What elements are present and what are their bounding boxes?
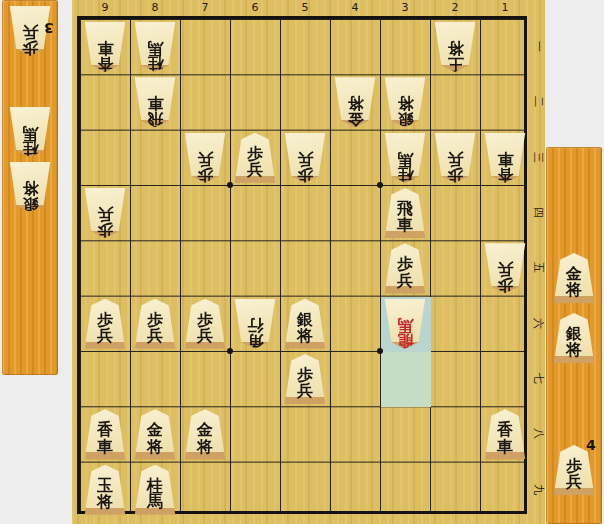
gote-knight[interactable]: 桂馬 xyxy=(133,22,177,72)
piece-kanji: 金将 xyxy=(566,266,583,303)
piece-kanji: 銀将 xyxy=(566,326,583,363)
piece-kanji: 桂馬 xyxy=(22,110,39,157)
piece-kanji: 玉将 xyxy=(97,478,114,515)
gote-pawn[interactable]: 歩兵 xyxy=(83,188,127,238)
sente-pawn[interactable]: 歩兵 xyxy=(183,299,227,349)
piece-kanji: 歩兵 xyxy=(147,312,164,349)
gote-knight[interactable]: 桂馬 xyxy=(383,133,427,183)
sente-lance[interactable]: 香車 xyxy=(83,409,127,459)
sente-komadai[interactable]: 金将銀将歩兵4 xyxy=(546,147,602,524)
piece-kanji: 桂馬 xyxy=(147,478,164,515)
piece-kanji: 金将 xyxy=(347,80,364,127)
piece-kanji: 歩兵 xyxy=(297,367,314,404)
rank-label-5: 五 xyxy=(531,240,545,295)
gote-hand-knight[interactable]: 桂馬 xyxy=(8,107,52,157)
file-label-7: 7 xyxy=(180,1,230,15)
sente-lance[interactable]: 香車 xyxy=(483,409,527,459)
piece-kanji: 金将 xyxy=(197,422,214,459)
sente-pawn[interactable]: 歩兵 xyxy=(233,133,277,183)
piece-kanji: 歩兵 xyxy=(97,312,114,349)
piece-kanji: 飛車 xyxy=(397,201,414,238)
gote-lance[interactable]: 香車 xyxy=(483,133,527,183)
sente-pawn[interactable]: 歩兵 xyxy=(133,299,177,349)
rank-label-8: 八 xyxy=(531,406,545,461)
piece-kanji: 香車 xyxy=(97,422,114,459)
gote-pawn[interactable]: 歩兵 xyxy=(433,133,477,183)
piece-kanji: 香車 xyxy=(497,136,514,183)
file-label-4: 4 xyxy=(330,1,380,15)
file-label-3: 3 xyxy=(380,1,430,15)
rank-label-3: 三 xyxy=(531,130,545,185)
board-grid[interactable]: 香車桂馬王将飛車金将銀将歩兵歩兵歩兵桂馬歩兵香車歩兵飛車歩兵歩兵歩兵歩兵歩兵角行… xyxy=(77,16,527,514)
file-label-6: 6 xyxy=(230,1,280,15)
gote-gold[interactable]: 金将 xyxy=(333,77,377,127)
file-label-8: 8 xyxy=(130,1,180,15)
sente-hand-silver[interactable]: 銀将 xyxy=(552,313,596,363)
piece-kanji: 銀将 xyxy=(397,80,414,127)
gote-lance[interactable]: 香車 xyxy=(83,22,127,72)
piece-kanji: 銀将 xyxy=(297,312,314,349)
piece-kanji: 金将 xyxy=(147,422,164,459)
sente-rook[interactable]: 飛車 xyxy=(383,188,427,238)
piece-kanji: 歩兵 xyxy=(297,136,314,183)
file-label-2: 2 xyxy=(430,1,480,15)
piece-kanji: 歩兵 xyxy=(566,458,583,495)
piece-kanji: 飛車 xyxy=(147,80,164,127)
gote-pawn[interactable]: 歩兵 xyxy=(283,133,327,183)
gote-rook[interactable]: 飛車 xyxy=(133,77,177,127)
piece-kanji: 歩兵 xyxy=(22,9,39,56)
hoshi-dot xyxy=(227,182,233,188)
piece-kanji: 銀将 xyxy=(22,165,39,212)
gote-komadai[interactable]: 歩兵3桂馬銀将 xyxy=(2,0,58,375)
piece-kanji: 歩兵 xyxy=(247,146,264,183)
piece-kanji: 香車 xyxy=(97,25,114,72)
file-label-5: 5 xyxy=(280,1,330,15)
piece-kanji: 角行 xyxy=(247,302,264,349)
piece-kanji: 歩兵 xyxy=(397,256,414,293)
hand-count: 4 xyxy=(586,437,596,453)
gote-bishop[interactable]: 角行 xyxy=(233,299,277,349)
gote-pawn[interactable]: 歩兵 xyxy=(483,243,527,293)
rank-label-1: 一 xyxy=(531,19,545,74)
gote-hand-silver[interactable]: 銀将 xyxy=(8,162,52,212)
rank-label-9: 九 xyxy=(531,462,545,517)
piece-kanji: 歩兵 xyxy=(97,191,114,238)
piece-kanji: 歩兵 xyxy=(197,312,214,349)
piece-kanji: 歩兵 xyxy=(497,246,514,293)
gote-silver[interactable]: 銀将 xyxy=(383,77,427,127)
file-label-9: 9 xyxy=(80,1,130,15)
last-move-highlight xyxy=(381,352,431,407)
gote-king[interactable]: 王将 xyxy=(433,22,477,72)
sente-pawn[interactable]: 歩兵 xyxy=(283,354,327,404)
rank-label-7: 七 xyxy=(531,351,545,406)
sente-gold[interactable]: 金将 xyxy=(183,409,227,459)
hoshi-dot xyxy=(377,348,383,354)
piece-kanji: 歩兵 xyxy=(197,136,214,183)
sente-gold[interactable]: 金将 xyxy=(133,409,177,459)
rank-label-4: 四 xyxy=(531,185,545,240)
sente-pawn[interactable]: 歩兵 xyxy=(383,243,427,293)
hand-count: 3 xyxy=(44,20,54,36)
piece-kanji: 王将 xyxy=(447,25,464,72)
sente-pawn[interactable]: 歩兵 xyxy=(83,299,127,349)
sente-hand-gold[interactable]: 金将 xyxy=(552,253,596,303)
piece-kanji: 桂馬 xyxy=(147,25,164,72)
piece-kanji: 歩兵 xyxy=(447,136,464,183)
hoshi-dot xyxy=(377,182,383,188)
piece-kanji: 香車 xyxy=(497,422,514,459)
hoshi-dot xyxy=(227,348,233,354)
piece-kanji: 龍馬 xyxy=(397,302,414,349)
file-label-1: 1 xyxy=(480,1,530,15)
rank-label-6: 六 xyxy=(531,296,545,351)
piece-kanji: 桂馬 xyxy=(397,136,414,183)
sente-knight[interactable]: 桂馬 xyxy=(133,465,177,515)
gote-pawn[interactable]: 歩兵 xyxy=(183,133,227,183)
rank-label-2: 二 xyxy=(531,74,545,129)
sente-silver[interactable]: 銀将 xyxy=(283,299,327,349)
shogi-app: 歩兵3桂馬銀将 987654321 一二三四五六七八九 香車桂馬王将飛車金将銀将… xyxy=(0,0,604,524)
shogi-board: 987654321 一二三四五六七八九 香車桂馬王将飛車金将銀将歩兵歩兵歩兵桂馬… xyxy=(72,0,545,524)
sente-king[interactable]: 玉将 xyxy=(83,465,127,515)
